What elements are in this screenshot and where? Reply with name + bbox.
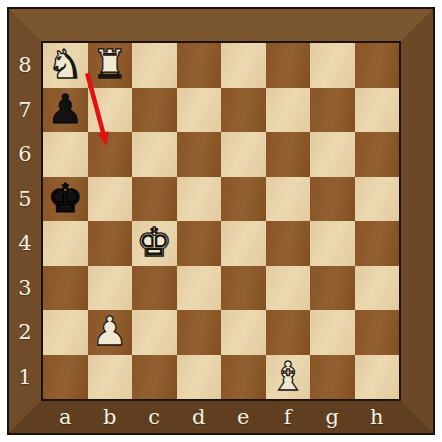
square-h8[interactable] [355, 43, 400, 88]
square-c2[interactable] [132, 310, 177, 355]
square-c7[interactable] [132, 88, 177, 133]
square-h4[interactable] [355, 221, 400, 266]
file-labels: abcdefgh [43, 401, 399, 433]
square-e1[interactable] [221, 355, 266, 400]
square-d6[interactable] [177, 132, 222, 177]
square-a1[interactable] [43, 355, 88, 400]
rank-label-2: 2 [9, 310, 41, 355]
square-a7[interactable]: ♟ [43, 88, 88, 133]
square-g8[interactable] [310, 43, 355, 88]
square-g7[interactable] [310, 88, 355, 133]
square-c3[interactable] [132, 266, 177, 311]
square-b7[interactable] [88, 88, 133, 133]
square-d3[interactable] [177, 266, 222, 311]
chessboard-frame: 87654321 abcdefgh ♞♜♟♚♚♟♝ [9, 9, 433, 433]
square-e6[interactable] [221, 132, 266, 177]
square-f8[interactable] [266, 43, 311, 88]
square-d5[interactable] [177, 177, 222, 222]
square-d7[interactable] [177, 88, 222, 133]
rank-label-6: 6 [9, 132, 41, 177]
file-label-h: h [355, 401, 400, 433]
square-g3[interactable] [310, 266, 355, 311]
square-a2[interactable] [43, 310, 88, 355]
square-f5[interactable] [266, 177, 311, 222]
white-rook[interactable]: ♜ [92, 42, 128, 87]
square-b2[interactable]: ♟ [88, 310, 133, 355]
file-label-a: a [43, 401, 88, 433]
square-f4[interactable] [266, 221, 311, 266]
square-h5[interactable] [355, 177, 400, 222]
square-b8[interactable]: ♜ [88, 43, 133, 88]
black-king[interactable]: ♚ [47, 176, 83, 221]
file-label-e: e [221, 401, 266, 433]
square-b1[interactable] [88, 355, 133, 400]
square-d2[interactable] [177, 310, 222, 355]
square-h3[interactable] [355, 266, 400, 311]
square-c1[interactable] [132, 355, 177, 400]
file-label-f: f [266, 401, 311, 433]
square-g4[interactable] [310, 221, 355, 266]
square-a3[interactable] [43, 266, 88, 311]
square-a6[interactable] [43, 132, 88, 177]
square-e8[interactable] [221, 43, 266, 88]
square-c4[interactable]: ♚ [132, 221, 177, 266]
square-e7[interactable] [221, 88, 266, 133]
square-e4[interactable] [221, 221, 266, 266]
white-pawn[interactable]: ♟ [92, 309, 128, 354]
square-a5[interactable]: ♚ [43, 177, 88, 222]
square-g2[interactable] [310, 310, 355, 355]
square-h6[interactable] [355, 132, 400, 177]
file-label-g: g [310, 401, 355, 433]
square-h2[interactable] [355, 310, 400, 355]
square-b3[interactable] [88, 266, 133, 311]
square-h1[interactable] [355, 355, 400, 400]
square-c5[interactable] [132, 177, 177, 222]
rank-label-4: 4 [9, 221, 41, 266]
rank-label-7: 7 [9, 88, 41, 133]
page: 87654321 abcdefgh ♞♜♟♚♚♟♝ [0, 0, 442, 442]
square-c6[interactable] [132, 132, 177, 177]
square-f3[interactable] [266, 266, 311, 311]
square-d4[interactable] [177, 221, 222, 266]
square-f6[interactable] [266, 132, 311, 177]
black-pawn[interactable]: ♟ [47, 87, 83, 132]
square-d8[interactable] [177, 43, 222, 88]
square-b6[interactable] [88, 132, 133, 177]
square-h7[interactable] [355, 88, 400, 133]
square-f2[interactable] [266, 310, 311, 355]
rank-label-5: 5 [9, 177, 41, 222]
chessboard-outline: 87654321 abcdefgh ♞♜♟♚♚♟♝ [7, 7, 435, 435]
chess-board: ♞♜♟♚♚♟♝ [41, 41, 401, 401]
white-knight[interactable]: ♞ [47, 42, 83, 87]
white-king[interactable]: ♚ [136, 220, 172, 265]
rank-labels: 87654321 [9, 43, 41, 399]
rank-label-8: 8 [9, 43, 41, 88]
square-e3[interactable] [221, 266, 266, 311]
square-g6[interactable] [310, 132, 355, 177]
square-e2[interactable] [221, 310, 266, 355]
square-b4[interactable] [88, 221, 133, 266]
square-c8[interactable] [132, 43, 177, 88]
white-bishop[interactable]: ♝ [270, 354, 306, 399]
board-grid: ♞♜♟♚♚♟♝ [43, 43, 399, 399]
square-d1[interactable] [177, 355, 222, 400]
square-g5[interactable] [310, 177, 355, 222]
square-b5[interactable] [88, 177, 133, 222]
file-label-d: d [177, 401, 222, 433]
file-label-b: b [88, 401, 133, 433]
square-a4[interactable] [43, 221, 88, 266]
square-g1[interactable] [310, 355, 355, 400]
file-label-c: c [132, 401, 177, 433]
square-f7[interactable] [266, 88, 311, 133]
rank-label-3: 3 [9, 266, 41, 311]
rank-label-1: 1 [9, 355, 41, 400]
square-e5[interactable] [221, 177, 266, 222]
square-a8[interactable]: ♞ [43, 43, 88, 88]
square-f1[interactable]: ♝ [266, 355, 311, 400]
